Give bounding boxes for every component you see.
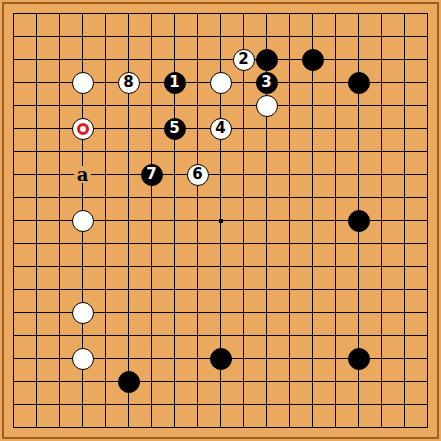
stone-white: [72, 210, 94, 232]
stone-black: [256, 49, 278, 71]
stone-white-move-2: 2: [233, 49, 255, 71]
stone-white: [256, 95, 278, 117]
stone-black-move-5: 5: [164, 118, 186, 140]
stone-black: [348, 210, 370, 232]
stone-white: [72, 302, 94, 324]
stone-black-move-3: 3: [256, 72, 278, 94]
stone-black-move-7: 7: [141, 164, 163, 186]
stone-white-move-4: 4: [210, 118, 232, 140]
move-number: 4: [215, 121, 225, 136]
stone-white: [210, 72, 232, 94]
go-board: 81235476a: [0, 0, 441, 441]
move-number: 5: [169, 121, 179, 136]
stone-white: [72, 118, 94, 140]
stone-white-move-6: 6: [187, 164, 209, 186]
move-number: 3: [261, 75, 271, 90]
stone-white: [72, 348, 94, 370]
stone-black: [348, 348, 370, 370]
move-number: 2: [238, 52, 248, 67]
stone-black: [210, 348, 232, 370]
move-number: 6: [192, 167, 202, 182]
stone-black-move-1: 1: [164, 72, 186, 94]
stone-white-move-8: 8: [118, 72, 140, 94]
move-number: 7: [146, 167, 156, 182]
stone-black: [118, 371, 140, 393]
star-point: [219, 219, 223, 223]
point-label-a: a: [74, 166, 91, 183]
move-number: 1: [169, 75, 179, 90]
circle-mark-icon: [77, 123, 89, 135]
move-number: 8: [123, 75, 133, 90]
stone-black: [348, 72, 370, 94]
stone-white: [72, 72, 94, 94]
stone-black: [302, 49, 324, 71]
